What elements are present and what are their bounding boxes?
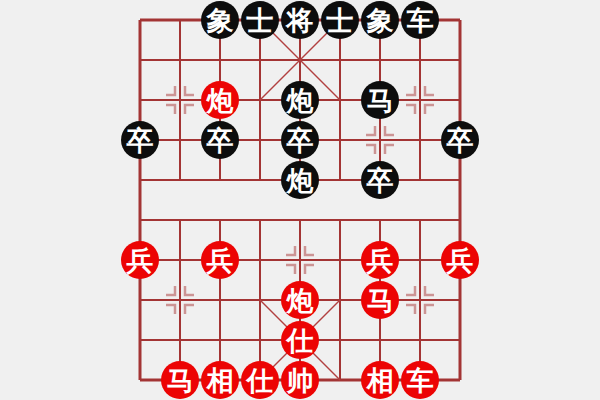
point-c8[interactable]: 炮: [200, 80, 240, 120]
point-d4[interactable]: [240, 240, 280, 280]
red-soldier[interactable]: 兵: [201, 241, 239, 279]
point-e2[interactable]: 仕: [280, 320, 320, 360]
black-horse[interactable]: 马: [361, 81, 399, 119]
point-c2[interactable]: [200, 320, 240, 360]
point-g8[interactable]: 马: [360, 80, 400, 120]
point-b10[interactable]: [160, 0, 200, 40]
black-cannon[interactable]: 炮: [281, 81, 319, 119]
point-g10[interactable]: 象: [360, 0, 400, 40]
red-horse[interactable]: 马: [361, 281, 399, 319]
point-i3[interactable]: [440, 280, 480, 320]
black-advisor[interactable]: 士: [321, 1, 359, 39]
point-c5[interactable]: [200, 200, 240, 240]
point-b8[interactable]: [160, 80, 200, 120]
point-h10[interactable]: 车: [400, 0, 440, 40]
point-b2[interactable]: [160, 320, 200, 360]
black-chariot[interactable]: 车: [401, 1, 439, 39]
point-c9[interactable]: [200, 40, 240, 80]
point-e6[interactable]: 炮: [280, 160, 320, 200]
point-i9[interactable]: [440, 40, 480, 80]
point-a6[interactable]: [120, 160, 160, 200]
black-advisor[interactable]: 士: [241, 1, 279, 39]
red-cannon[interactable]: 炮: [201, 81, 239, 119]
red-soldier[interactable]: 兵: [121, 241, 159, 279]
point-g5[interactable]: [360, 200, 400, 240]
point-c4[interactable]: 兵: [200, 240, 240, 280]
point-h2[interactable]: [400, 320, 440, 360]
point-e8[interactable]: 炮: [280, 80, 320, 120]
point-i4[interactable]: 兵: [440, 240, 480, 280]
point-e10[interactable]: 将: [280, 0, 320, 40]
point-i1[interactable]: [440, 360, 480, 400]
point-f4[interactable]: [320, 240, 360, 280]
point-g6[interactable]: 卒: [360, 160, 400, 200]
point-c7[interactable]: 卒: [200, 120, 240, 160]
point-a4[interactable]: 兵: [120, 240, 160, 280]
point-g4[interactable]: 兵: [360, 240, 400, 280]
point-i2[interactable]: [440, 320, 480, 360]
point-d1[interactable]: 仕: [240, 360, 280, 400]
point-i7[interactable]: 卒: [440, 120, 480, 160]
point-a2[interactable]: [120, 320, 160, 360]
red-elephant[interactable]: 相: [361, 361, 399, 399]
red-cannon[interactable]: 炮: [281, 281, 319, 319]
red-advisor[interactable]: 仕: [281, 321, 319, 359]
point-c10[interactable]: 象: [200, 0, 240, 40]
point-b9[interactable]: [160, 40, 200, 80]
point-g3[interactable]: 马: [360, 280, 400, 320]
point-d8[interactable]: [240, 80, 280, 120]
point-h1[interactable]: 车: [400, 360, 440, 400]
point-d10[interactable]: 士: [240, 0, 280, 40]
point-e3[interactable]: 炮: [280, 280, 320, 320]
point-b7[interactable]: [160, 120, 200, 160]
point-h5[interactable]: [400, 200, 440, 240]
point-d9[interactable]: [240, 40, 280, 80]
point-e7[interactable]: 卒: [280, 120, 320, 160]
point-d2[interactable]: [240, 320, 280, 360]
point-b5[interactable]: [160, 200, 200, 240]
point-i8[interactable]: [440, 80, 480, 120]
point-a9[interactable]: [120, 40, 160, 80]
point-h4[interactable]: [400, 240, 440, 280]
black-soldier[interactable]: 卒: [201, 121, 239, 159]
point-h6[interactable]: [400, 160, 440, 200]
point-f9[interactable]: [320, 40, 360, 80]
point-f3[interactable]: [320, 280, 360, 320]
red-chariot[interactable]: 车: [401, 361, 439, 399]
point-g1[interactable]: 相: [360, 360, 400, 400]
point-i6[interactable]: [440, 160, 480, 200]
red-advisor[interactable]: 仕: [241, 361, 279, 399]
point-h8[interactable]: [400, 80, 440, 120]
black-soldier[interactable]: 卒: [441, 121, 479, 159]
point-c1[interactable]: 相: [200, 360, 240, 400]
black-cannon[interactable]: 炮: [281, 161, 319, 199]
point-b6[interactable]: [160, 160, 200, 200]
point-e1[interactable]: 帅: [280, 360, 320, 400]
point-g2[interactable]: [360, 320, 400, 360]
point-h9[interactable]: [400, 40, 440, 80]
point-d7[interactable]: [240, 120, 280, 160]
point-b4[interactable]: [160, 240, 200, 280]
red-horse[interactable]: 马: [161, 361, 199, 399]
point-d6[interactable]: [240, 160, 280, 200]
point-e4[interactable]: [280, 240, 320, 280]
black-soldier[interactable]: 卒: [281, 121, 319, 159]
point-c3[interactable]: [200, 280, 240, 320]
point-f6[interactable]: [320, 160, 360, 200]
point-h7[interactable]: [400, 120, 440, 160]
red-soldier[interactable]: 兵: [361, 241, 399, 279]
point-g9[interactable]: [360, 40, 400, 80]
point-a8[interactable]: [120, 80, 160, 120]
point-g7[interactable]: [360, 120, 400, 160]
point-f5[interactable]: [320, 200, 360, 240]
board-intersections: 象士将士象车炮炮马卒卒卒卒炮卒兵兵兵兵炮马仕马相仕帅相车: [120, 0, 480, 400]
black-general[interactable]: 将: [281, 1, 319, 39]
point-c6[interactable]: [200, 160, 240, 200]
black-soldier[interactable]: 卒: [121, 121, 159, 159]
point-a1[interactable]: [120, 360, 160, 400]
point-h3[interactable]: [400, 280, 440, 320]
black-elephant[interactable]: 象: [361, 1, 399, 39]
point-f7[interactable]: [320, 120, 360, 160]
point-f10[interactable]: 士: [320, 0, 360, 40]
point-a10[interactable]: [120, 0, 160, 40]
point-e5[interactable]: [280, 200, 320, 240]
xiangqi-board: 象士将士象车炮炮马卒卒卒卒炮卒兵兵兵兵炮马仕马相仕帅相车: [0, 0, 600, 400]
red-general[interactable]: 帅: [281, 361, 319, 399]
point-i10[interactable]: [440, 0, 480, 40]
black-soldier[interactable]: 卒: [361, 161, 399, 199]
red-soldier[interactable]: 兵: [441, 241, 479, 279]
red-elephant[interactable]: 相: [201, 361, 239, 399]
point-f8[interactable]: [320, 80, 360, 120]
point-d3[interactable]: [240, 280, 280, 320]
point-f2[interactable]: [320, 320, 360, 360]
point-b3[interactable]: [160, 280, 200, 320]
black-elephant[interactable]: 象: [201, 1, 239, 39]
point-a5[interactable]: [120, 200, 160, 240]
point-a3[interactable]: [120, 280, 160, 320]
point-d5[interactable]: [240, 200, 280, 240]
point-f1[interactable]: [320, 360, 360, 400]
point-b1[interactable]: 马: [160, 360, 200, 400]
point-e9[interactable]: [280, 40, 320, 80]
point-a7[interactable]: 卒: [120, 120, 160, 160]
point-i5[interactable]: [440, 200, 480, 240]
